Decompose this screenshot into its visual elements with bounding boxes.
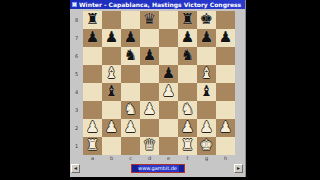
square-c4[interactable] <box>121 83 140 101</box>
file-labels: abcdefgh <box>83 155 245 162</box>
square-e7[interactable] <box>159 29 178 47</box>
square-d6[interactable]: ♟ <box>140 47 159 65</box>
square-g5[interactable]: ♝ <box>197 65 216 83</box>
white-pawn-piece: ♟ <box>83 119 102 137</box>
square-f8[interactable]: ♜ <box>178 11 197 29</box>
square-d7[interactable] <box>140 29 159 47</box>
square-h5[interactable] <box>216 65 235 83</box>
square-e2[interactable] <box>159 119 178 137</box>
black-pawn-piece: ♟ <box>159 65 178 83</box>
black-pawn-piece: ♟ <box>216 29 235 47</box>
square-b1[interactable] <box>102 137 121 155</box>
white-bishop-piece: ♝ <box>197 65 216 83</box>
black-queen-piece: ♛ <box>140 11 159 29</box>
board-area: 87654321 ♜♛♜♚♟♟♟♟♟♟♞♟♞♝♟♝♝♟♝♞♟♞♟♟♟♟♟♟♜♛♜… <box>70 11 245 155</box>
square-b8[interactable] <box>102 11 121 29</box>
white-pawn-piece: ♟ <box>102 119 121 137</box>
rank-label-1: 1 <box>70 137 83 155</box>
square-d1[interactable]: ♛ <box>140 137 159 155</box>
white-knight-piece: ♞ <box>178 101 197 119</box>
square-f4[interactable] <box>178 83 197 101</box>
square-c3[interactable]: ♞ <box>121 101 140 119</box>
square-f6[interactable]: ♞ <box>178 47 197 65</box>
square-b6[interactable] <box>102 47 121 65</box>
square-a7[interactable]: ♟ <box>83 29 102 47</box>
square-d4[interactable] <box>140 83 159 101</box>
square-c1[interactable] <box>121 137 140 155</box>
app-icon <box>72 2 77 7</box>
rank-label-8: 8 <box>70 11 83 29</box>
black-pawn-piece: ♟ <box>83 29 102 47</box>
square-c2[interactable]: ♟ <box>121 119 140 137</box>
square-c6[interactable]: ♞ <box>121 47 140 65</box>
white-rook-piece: ♜ <box>178 137 197 155</box>
square-g7[interactable]: ♟ <box>197 29 216 47</box>
rank-labels: 87654321 <box>70 11 83 155</box>
square-h2[interactable]: ♟ <box>216 119 235 137</box>
square-h3[interactable] <box>216 101 235 119</box>
square-f5[interactable] <box>178 65 197 83</box>
square-a1[interactable]: ♜ <box>83 137 102 155</box>
white-pawn-piece: ♟ <box>216 119 235 137</box>
black-king-piece: ♚ <box>197 11 216 29</box>
rank-label-5: 5 <box>70 65 83 83</box>
white-king-piece: ♚ <box>197 137 216 155</box>
square-c8[interactable] <box>121 11 140 29</box>
black-bishop-piece: ♝ <box>197 83 216 101</box>
file-label-c: c <box>121 155 140 162</box>
square-g3[interactable] <box>197 101 216 119</box>
square-a2[interactable]: ♟ <box>83 119 102 137</box>
rank-label-2: 2 <box>70 119 83 137</box>
file-label-a: a <box>83 155 102 162</box>
square-h1[interactable] <box>216 137 235 155</box>
square-g6[interactable] <box>197 47 216 65</box>
square-b7[interactable]: ♟ <box>102 29 121 47</box>
black-pawn-piece: ♟ <box>178 29 197 47</box>
black-pawn-piece: ♟ <box>140 47 159 65</box>
file-label-g: g <box>197 155 216 162</box>
square-e6[interactable] <box>159 47 178 65</box>
square-d2[interactable] <box>140 119 159 137</box>
square-e1[interactable] <box>159 137 178 155</box>
white-queen-piece: ♛ <box>140 137 159 155</box>
square-f3[interactable]: ♞ <box>178 101 197 119</box>
square-b2[interactable]: ♟ <box>102 119 121 137</box>
black-pawn-piece: ♟ <box>197 29 216 47</box>
navigation-bar: ◄ www.gambit.de ► <box>70 163 245 175</box>
white-pawn-piece: ♟ <box>121 119 140 137</box>
square-b5[interactable]: ♝ <box>102 65 121 83</box>
square-e8[interactable] <box>159 11 178 29</box>
rank-label-7: 7 <box>70 29 83 47</box>
black-rook-piece: ♜ <box>178 11 197 29</box>
rank-label-6: 6 <box>70 47 83 65</box>
black-rook-piece: ♜ <box>83 11 102 29</box>
square-g2[interactable]: ♟ <box>197 119 216 137</box>
square-d8[interactable]: ♛ <box>140 11 159 29</box>
next-move-button[interactable]: ► <box>234 164 243 173</box>
file-label-h: h <box>216 155 235 162</box>
square-a6[interactable] <box>83 47 102 65</box>
square-b4[interactable]: ♝ <box>102 83 121 101</box>
black-knight-piece: ♞ <box>178 47 197 65</box>
square-d3[interactable]: ♟ <box>140 101 159 119</box>
chess-viewer-window: Winter - Capablanca, Hastings Victory Co… <box>70 0 246 177</box>
square-e4[interactable]: ♟ <box>159 83 178 101</box>
square-b3[interactable] <box>102 101 121 119</box>
square-d5[interactable] <box>140 65 159 83</box>
square-c5[interactable] <box>121 65 140 83</box>
white-pawn-piece: ♟ <box>197 119 216 137</box>
black-bishop-piece: ♝ <box>102 83 121 101</box>
square-h7[interactable]: ♟ <box>216 29 235 47</box>
square-a3[interactable] <box>83 101 102 119</box>
square-g8[interactable]: ♚ <box>197 11 216 29</box>
square-g4[interactable]: ♝ <box>197 83 216 101</box>
file-label-e: e <box>159 155 178 162</box>
white-pawn-piece: ♟ <box>140 101 159 119</box>
square-h6[interactable] <box>216 47 235 65</box>
square-e3[interactable] <box>159 101 178 119</box>
game-header-title: Winter - Capablanca, Hastings Victory Co… <box>79 0 243 9</box>
previous-move-button[interactable]: ◄ <box>71 164 80 173</box>
square-f7[interactable]: ♟ <box>178 29 197 47</box>
square-a5[interactable] <box>83 65 102 83</box>
rank-label-4: 4 <box>70 83 83 101</box>
square-h4[interactable] <box>216 83 235 101</box>
square-f1[interactable]: ♜ <box>178 137 197 155</box>
website-banner-link[interactable]: www.gambit.de <box>131 164 185 173</box>
title-bar: Winter - Capablanca, Hastings Victory Co… <box>70 0 245 9</box>
square-f2[interactable]: ♟ <box>178 119 197 137</box>
white-bishop-piece: ♝ <box>102 65 121 83</box>
video-frame: Winter - Capablanca, Hastings Victory Co… <box>0 0 320 180</box>
square-c7[interactable]: ♟ <box>121 29 140 47</box>
square-e5[interactable]: ♟ <box>159 65 178 83</box>
square-a4[interactable] <box>83 83 102 101</box>
black-pawn-piece: ♟ <box>102 29 121 47</box>
white-knight-piece: ♞ <box>121 101 140 119</box>
file-label-f: f <box>178 155 197 162</box>
file-label-d: d <box>140 155 159 162</box>
black-pawn-piece: ♟ <box>121 29 140 47</box>
white-rook-piece: ♜ <box>83 137 102 155</box>
square-g1[interactable]: ♚ <box>197 137 216 155</box>
file-label-b: b <box>102 155 121 162</box>
black-knight-piece: ♞ <box>121 47 140 65</box>
square-a8[interactable]: ♜ <box>83 11 102 29</box>
white-pawn-piece: ♟ <box>159 83 178 101</box>
white-pawn-piece: ♟ <box>178 119 197 137</box>
square-h8[interactable] <box>216 11 235 29</box>
chess-board: ♜♛♜♚♟♟♟♟♟♟♞♟♞♝♟♝♝♟♝♞♟♞♟♟♟♟♟♟♜♛♜♚ <box>83 11 235 155</box>
rank-label-3: 3 <box>70 101 83 119</box>
